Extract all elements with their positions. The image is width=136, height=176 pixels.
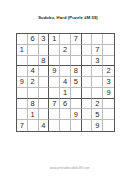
sudoku-cell-r1c6: 7: [71, 34, 82, 45]
sudoku-cell-r5c9: 3: [103, 77, 114, 88]
sudoku-cell-r2c1: 1: [17, 45, 28, 56]
sudoku-cell-r6c1: [17, 88, 28, 99]
sudoku-cell-r9c7: [82, 120, 93, 131]
sudoku-cell-r1c8: [92, 34, 103, 45]
sudoku-cell-r2c8: 7: [92, 45, 103, 56]
sudoku-cell-r7c7: [82, 99, 93, 110]
footer-url: www.printablesudoku99.com: [50, 166, 89, 170]
sudoku-cell-r4c7: [82, 66, 93, 77]
sudoku-cell-r1c3: 3: [39, 34, 50, 45]
sudoku-cell-r7c6: [71, 99, 82, 110]
sudoku-cell-r6c3: [39, 88, 50, 99]
sudoku-cell-r9c2: [28, 120, 39, 131]
sudoku-cell-r9c5: [60, 120, 71, 131]
sudoku-cell-r9c1: 7: [17, 120, 28, 131]
sudoku-cell-r9c6: [71, 120, 82, 131]
sudoku-cell-r7c2: 8: [28, 99, 39, 110]
sudoku-cell-r2c6: [71, 45, 82, 56]
sudoku-cell-r8c4: [49, 109, 60, 120]
sudoku-cell-r3c5: [60, 56, 71, 67]
sudoku-cell-r1c1: [17, 34, 28, 45]
sudoku-board: 631712783498292453198762195749: [16, 33, 115, 132]
sudoku-cell-r7c9: [103, 99, 114, 110]
sudoku-cell-r3c3: 8: [39, 56, 50, 67]
sudoku-cell-r8c1: [17, 109, 28, 120]
sudoku-cell-r3c7: [82, 56, 93, 67]
sudoku-cell-r3c9: [103, 56, 114, 67]
sudoku-cell-r5c6: 5: [71, 77, 82, 88]
sudoku-cell-r5c8: [92, 77, 103, 88]
sudoku-cell-r1c2: 6: [28, 34, 39, 45]
sudoku-cell-r4c5: [60, 66, 71, 77]
sudoku-cell-r6c5: 1: [60, 88, 71, 99]
sudoku-cell-r6c2: [28, 88, 39, 99]
sudoku-cell-r4c4: 9: [49, 66, 60, 77]
sudoku-cell-r8c9: [103, 109, 114, 120]
sudoku-cell-r8c6: 9: [71, 109, 82, 120]
sudoku-cell-r8c5: [60, 109, 71, 120]
sudoku-cell-r7c3: [39, 99, 50, 110]
sudoku-cell-r2c5: 2: [60, 45, 71, 56]
sudoku-cell-r4c8: [92, 66, 103, 77]
sudoku-cell-r4c2: 4: [28, 66, 39, 77]
sudoku-cell-r7c1: [17, 99, 28, 110]
sudoku-cell-r1c9: [103, 34, 114, 45]
sudoku-cell-r5c7: [82, 77, 93, 88]
sudoku-cell-r2c9: [103, 45, 114, 56]
sudoku-cell-r5c1: 9: [17, 77, 28, 88]
sudoku-cell-r3c1: [17, 56, 28, 67]
sudoku-cell-r9c4: [49, 120, 60, 131]
sudoku-cell-r4c1: [17, 66, 28, 77]
sudoku-cell-r3c8: 3: [92, 56, 103, 67]
sudoku-cell-r6c8: [92, 88, 103, 99]
sudoku-cell-r8c8: 5: [92, 109, 103, 120]
sudoku-cell-r3c2: [28, 56, 39, 67]
sudoku-cell-r5c4: [49, 77, 60, 88]
sudoku-cell-r1c7: [82, 34, 93, 45]
sudoku-cell-r9c9: [103, 120, 114, 131]
sudoku-cell-r6c6: [71, 88, 82, 99]
sudoku-cell-r8c7: [82, 109, 93, 120]
sudoku-cell-r2c4: [49, 45, 60, 56]
sudoku-cell-r7c5: 6: [60, 99, 71, 110]
sudoku-cell-r4c9: 2: [103, 66, 114, 77]
sudoku-cell-r5c2: 2: [28, 77, 39, 88]
sudoku-cell-r3c4: [49, 56, 60, 67]
sudoku-cell-r8c3: [39, 109, 50, 120]
sudoku-cell-r6c7: [82, 88, 93, 99]
sudoku-cell-r4c3: [39, 66, 50, 77]
page-title: Sudoku, Hard (Puzzle #M 59): [0, 15, 136, 21]
sudoku-cell-r3c6: [71, 56, 82, 67]
sudoku-cell-r1c5: [60, 34, 71, 45]
sudoku-cell-r2c2: [28, 45, 39, 56]
sudoku-cell-r2c3: [39, 45, 50, 56]
sudoku-cell-r6c9: 9: [103, 88, 114, 99]
sudoku-cell-r1c4: 1: [49, 34, 60, 45]
sudoku-cell-r2c7: [82, 45, 93, 56]
sudoku-cell-r5c5: 4: [60, 77, 71, 88]
sudoku-cell-r7c4: 7: [49, 99, 60, 110]
sudoku-cell-r7c8: 2: [92, 99, 103, 110]
sudoku-cell-r8c2: 1: [28, 109, 39, 120]
sudoku-cell-r9c8: 9: [92, 120, 103, 131]
sudoku-cell-r4c6: 8: [71, 66, 82, 77]
sudoku-cell-r6c4: [49, 88, 60, 99]
sudoku-cell-r9c3: 4: [39, 120, 50, 131]
sudoku-cell-r5c3: [39, 77, 50, 88]
